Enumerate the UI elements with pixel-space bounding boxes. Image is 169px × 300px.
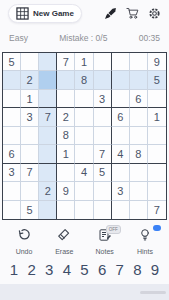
timer: 00:35 [139, 33, 160, 43]
cell-r2c8[interactable] [130, 71, 148, 89]
cell-r1c3[interactable] [39, 53, 57, 71]
status-bar: Easy Mistake : 0/5 00:35 [0, 27, 169, 48]
toolbar: Undo Erase OFF Notes [0, 228, 169, 255]
new-game-label: New Game [33, 9, 74, 18]
top-bar: New Game [0, 0, 169, 27]
cell-r8c1[interactable] [3, 182, 21, 200]
cart-icon[interactable] [126, 7, 139, 20]
cell-r1c9[interactable]: 9 [148, 53, 166, 71]
cell-r4c2[interactable]: 3 [21, 108, 39, 126]
cell-r1c7[interactable] [112, 53, 130, 71]
cell-r7c7[interactable] [112, 164, 130, 182]
cell-r3c2[interactable]: 1 [21, 90, 39, 108]
cell-r4c9[interactable]: 1 [148, 108, 166, 126]
cell-r7c3[interactable] [39, 164, 57, 182]
erase-label: Erase [55, 248, 73, 255]
cell-r9c5[interactable] [75, 201, 93, 219]
watermark [140, 291, 166, 294]
pad-number-4[interactable]: 4 [61, 261, 73, 278]
cell-r2c9[interactable]: 5 [148, 71, 166, 89]
cell-r8c6[interactable] [94, 182, 112, 200]
cell-r6c1[interactable]: 6 [3, 145, 21, 163]
cell-r3c4[interactable] [57, 90, 75, 108]
cell-r5c1[interactable] [3, 127, 21, 145]
cell-r9c3[interactable] [39, 201, 57, 219]
cell-r4c1[interactable] [3, 108, 21, 126]
cell-r2c1[interactable] [3, 71, 21, 89]
pad-number-2[interactable]: 2 [26, 261, 38, 278]
mistake-counter: Mistake : 0/5 [59, 33, 107, 43]
cell-r2c4[interactable] [57, 71, 75, 89]
pad-number-6[interactable]: 6 [96, 261, 108, 278]
cell-r7c9[interactable] [148, 164, 166, 182]
pad-number-5[interactable]: 5 [79, 261, 91, 278]
cell-r9c4[interactable] [57, 201, 75, 219]
cell-r5c5[interactable] [75, 127, 93, 145]
hints-label: Hints [137, 248, 153, 255]
cell-r1c5[interactable]: 1 [75, 53, 93, 71]
cell-r7c1[interactable]: 3 [3, 164, 21, 182]
cell-r5c8[interactable] [130, 127, 148, 145]
header-icons [104, 7, 161, 20]
eraser-icon [57, 228, 71, 246]
cell-r8c9[interactable] [148, 182, 166, 200]
cell-r1c2[interactable] [21, 53, 39, 71]
cell-r1c4[interactable]: 7 [57, 53, 75, 71]
cell-r4c3[interactable]: 7 [39, 108, 57, 126]
undo-button[interactable]: Undo [7, 228, 41, 255]
cell-r5c4[interactable]: 8 [57, 127, 75, 145]
sudoku-app: New Game [0, 0, 169, 300]
cell-r2c2[interactable]: 2 [21, 71, 39, 89]
pad-number-1[interactable]: 1 [8, 261, 20, 278]
cell-r5c7[interactable] [112, 127, 130, 145]
cell-r7c2[interactable]: 7 [21, 164, 39, 182]
cell-r7c8[interactable] [130, 164, 148, 182]
cell-r9c2[interactable]: 5 [21, 201, 39, 219]
cell-r7c6[interactable]: 5 [94, 164, 112, 182]
pad-number-8[interactable]: 8 [131, 261, 143, 278]
cell-r6c7[interactable]: 4 [112, 145, 130, 163]
cell-r3c8[interactable]: 6 [130, 90, 148, 108]
cell-r1c8[interactable] [130, 53, 148, 71]
cell-r2c6[interactable] [94, 71, 112, 89]
cell-r5c9[interactable] [148, 127, 166, 145]
cell-r5c2[interactable] [21, 127, 39, 145]
notes-off-badge: OFF [106, 225, 121, 234]
cell-r3c7[interactable] [112, 90, 130, 108]
cell-r4c6[interactable] [94, 108, 112, 126]
cell-r4c4[interactable]: 2 [57, 108, 75, 126]
cell-r1c1[interactable]: 5 [3, 53, 21, 71]
cell-r5c3[interactable] [39, 127, 57, 145]
cell-r3c1[interactable] [3, 90, 21, 108]
cell-r2c7[interactable] [112, 71, 130, 89]
cell-r4c8[interactable] [130, 108, 148, 126]
number-pad: 123456789 [0, 261, 169, 278]
brush-icon[interactable] [104, 7, 117, 20]
hints-button[interactable]: Hints [128, 228, 162, 255]
cell-r5c6[interactable] [94, 127, 112, 145]
cell-r9c8[interactable] [130, 201, 148, 219]
cell-r1c6[interactable] [94, 53, 112, 71]
cell-r6c2[interactable] [21, 145, 39, 163]
footer-strip [0, 284, 169, 300]
difficulty-label: Easy [9, 33, 28, 43]
undo-icon [17, 228, 31, 246]
cell-r3c6[interactable]: 3 [94, 90, 112, 108]
cell-r8c7[interactable]: 3 [112, 182, 130, 200]
cell-r9c7[interactable] [112, 201, 130, 219]
cell-r6c8[interactable]: 8 [130, 145, 148, 163]
cell-r8c5[interactable] [75, 182, 93, 200]
erase-button[interactable]: Erase [47, 228, 81, 255]
pad-number-9[interactable]: 9 [149, 261, 161, 278]
gear-icon[interactable] [148, 7, 161, 20]
cell-r6c5[interactable] [75, 145, 93, 163]
cell-r2c5[interactable]: 8 [75, 71, 93, 89]
hints-badge [153, 225, 161, 231]
undo-label: Undo [16, 248, 33, 255]
cell-r8c2[interactable] [21, 182, 39, 200]
cell-r8c8[interactable] [130, 182, 148, 200]
cell-r6c6[interactable]: 7 [94, 145, 112, 163]
pad-number-7[interactable]: 7 [114, 261, 126, 278]
cell-r8c4[interactable]: 9 [57, 182, 75, 200]
cell-r3c9[interactable] [148, 90, 166, 108]
notes-button[interactable]: OFF Notes [88, 228, 122, 255]
cell-r7c4[interactable] [57, 164, 75, 182]
cell-r3c5[interactable] [75, 90, 93, 108]
cell-r9c6[interactable] [94, 201, 112, 219]
pad-number-3[interactable]: 3 [43, 261, 55, 278]
hint-bulb-icon [138, 228, 152, 246]
cell-r3c3[interactable] [39, 90, 57, 108]
cell-r6c4[interactable]: 1 [57, 145, 75, 163]
cell-r9c9[interactable]: 7 [148, 201, 166, 219]
cell-r4c7[interactable]: 6 [112, 108, 130, 126]
sudoku-grid-icon [16, 7, 29, 20]
new-game-button[interactable]: New Game [8, 4, 82, 23]
cell-r8c3[interactable]: 2 [39, 182, 57, 200]
cell-r6c3[interactable] [39, 145, 57, 163]
cell-r9c1[interactable] [3, 201, 21, 219]
cell-r7c5[interactable]: 4 [75, 164, 93, 182]
sudoku-board[interactable]: 571928513637261861748374529357 [2, 52, 167, 220]
cell-r4c5[interactable] [75, 108, 93, 126]
cell-r6c9[interactable] [148, 145, 166, 163]
notes-label: Notes [96, 248, 114, 255]
cell-r2c3[interactable] [39, 71, 57, 89]
